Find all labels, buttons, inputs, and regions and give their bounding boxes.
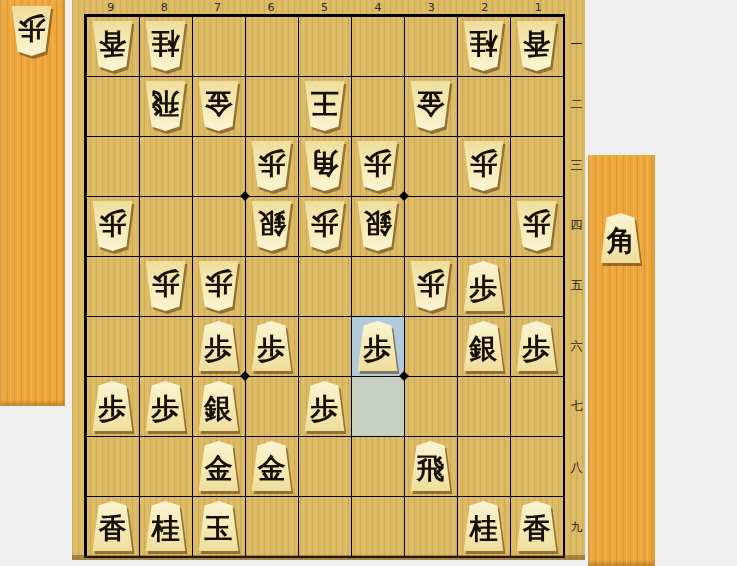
square-4-5[interactable]: [351, 256, 404, 316]
piece-body: 香: [90, 21, 135, 71]
shogi-board: 987654321 香桂桂香飛金王金歩角歩歩歩銀歩銀歩歩歩歩歩歩歩歩銀歩歩歩銀歩…: [72, 0, 585, 560]
piece-kanji: 歩: [364, 149, 392, 177]
piece-body: 玉: [196, 501, 241, 551]
piece-kanji: 銀: [364, 209, 392, 237]
piece-body: 歩: [143, 381, 188, 431]
piece-kanji: 玉: [205, 515, 233, 543]
square-1-2[interactable]: [510, 76, 563, 136]
shogi-app: 歩 角 987654321 香桂桂香飛金王金歩角歩歩歩銀歩銀歩歩歩歩歩歩歩歩銀歩…: [0, 0, 737, 566]
piece-body: 歩: [9, 6, 54, 56]
piece-kanji: 王: [311, 89, 339, 117]
square-1-6[interactable]: 歩: [510, 316, 563, 376]
square-6-8[interactable]: 金: [245, 436, 298, 496]
rank-label-9: 九: [568, 498, 585, 558]
sente-pawn[interactable]: 歩: [514, 321, 559, 371]
piece-kanji: 香: [523, 515, 551, 543]
piece-body: 桂: [461, 501, 506, 551]
piece-kanji: 銀: [258, 209, 286, 237]
gote-lance[interactable]: 香: [90, 21, 135, 71]
square-2-4[interactable]: [457, 196, 510, 256]
square-3-7[interactable]: [404, 376, 457, 436]
file-label-9: 9: [84, 1, 137, 14]
piece-body: 桂: [143, 21, 188, 71]
square-7-9[interactable]: 玉: [192, 496, 245, 556]
square-6-3[interactable]: 歩: [245, 136, 298, 196]
gote-bishop[interactable]: 角: [302, 141, 347, 191]
square-1-5[interactable]: [510, 256, 563, 316]
square-9-4[interactable]: 歩: [86, 196, 139, 256]
piece-kanji: 角: [607, 227, 635, 255]
piece-body: 歩: [514, 201, 559, 251]
gote-pawn[interactable]: 歩: [408, 261, 453, 311]
piece-kanji: 歩: [152, 395, 180, 423]
gote-silver[interactable]: 銀: [355, 201, 400, 251]
gote-gold[interactable]: 金: [408, 81, 453, 131]
board-grid: 香桂桂香飛金王金歩角歩歩歩銀歩銀歩歩歩歩歩歩歩歩銀歩歩歩銀歩金金飛香桂玉桂香: [84, 14, 565, 558]
square-5-8[interactable]: [298, 436, 351, 496]
gote-pawn[interactable]: 歩: [143, 261, 188, 311]
piece-kanji: 歩: [523, 209, 551, 237]
square-9-6[interactable]: [86, 316, 139, 376]
rank-label-1: 一: [568, 14, 585, 74]
square-1-8[interactable]: [510, 436, 563, 496]
piece-kanji: 歩: [205, 335, 233, 363]
piece-body: 歩: [461, 261, 506, 311]
piece-kanji: 飛: [152, 89, 180, 117]
piece-body: 銀: [196, 381, 241, 431]
sente-gold[interactable]: 金: [249, 441, 294, 491]
rank-label-3: 三: [568, 135, 585, 195]
square-9-7[interactable]: 歩: [86, 376, 139, 436]
piece-body: 飛: [408, 441, 453, 491]
square-1-4[interactable]: 歩: [510, 196, 563, 256]
gote-pawn[interactable]: 歩: [514, 201, 559, 251]
piece-body: 香: [514, 21, 559, 71]
square-9-8[interactable]: [86, 436, 139, 496]
square-2-6[interactable]: 銀: [457, 316, 510, 376]
piece-kanji: 飛: [417, 455, 445, 483]
sente-rook[interactable]: 飛: [408, 441, 453, 491]
piece-kanji: 桂: [470, 29, 498, 57]
square-6-5[interactable]: [245, 256, 298, 316]
square-9-5[interactable]: [86, 256, 139, 316]
piece-kanji: 歩: [18, 14, 46, 42]
rank-label-4: 四: [568, 195, 585, 255]
square-4-3[interactable]: 歩: [351, 136, 404, 196]
sente-lance[interactable]: 香: [90, 501, 135, 551]
piece-kanji: 桂: [152, 29, 180, 57]
sente-knight[interactable]: 桂: [461, 501, 506, 551]
square-5-2[interactable]: 王: [298, 76, 351, 136]
gote-knight[interactable]: 桂: [143, 21, 188, 71]
square-8-8[interactable]: [139, 436, 192, 496]
piece-body: 角: [598, 213, 643, 263]
square-8-1[interactable]: 桂: [139, 16, 192, 76]
square-8-2[interactable]: 飛: [139, 76, 192, 136]
square-7-4[interactable]: [192, 196, 245, 256]
square-6-1[interactable]: [245, 16, 298, 76]
piece-kanji: 金: [205, 455, 233, 483]
sente-pawn[interactable]: 歩: [249, 321, 294, 371]
file-labels: 987654321: [84, 0, 565, 14]
piece-body: 金: [196, 441, 241, 491]
square-6-2[interactable]: [245, 76, 298, 136]
piece-body: 歩: [302, 201, 347, 251]
square-6-4[interactable]: 銀: [245, 196, 298, 256]
piece-body: 歩: [408, 261, 453, 311]
square-9-1[interactable]: 香: [86, 16, 139, 76]
piece-body: 銀: [461, 321, 506, 371]
gote-pawn[interactable]: 歩: [90, 201, 135, 251]
square-3-5[interactable]: 歩: [404, 256, 457, 316]
sente-pawn[interactable]: 歩: [196, 321, 241, 371]
file-label-7: 7: [191, 1, 244, 14]
square-6-7[interactable]: [245, 376, 298, 436]
piece-kanji: 歩: [99, 395, 127, 423]
piece-body: 歩: [196, 321, 241, 371]
sente-gold[interactable]: 金: [196, 441, 241, 491]
piece-kanji: 歩: [258, 149, 286, 177]
square-2-5[interactable]: 歩: [457, 256, 510, 316]
piece-body: 金: [196, 81, 241, 131]
square-2-9[interactable]: 桂: [457, 496, 510, 556]
gote-knight[interactable]: 桂: [461, 21, 506, 71]
piece-body: 歩: [90, 381, 135, 431]
square-4-9[interactable]: [351, 496, 404, 556]
square-7-5[interactable]: 歩: [192, 256, 245, 316]
piece-kanji: 歩: [258, 335, 286, 363]
square-7-1[interactable]: [192, 16, 245, 76]
piece-body: 歩: [461, 141, 506, 191]
square-8-4[interactable]: [139, 196, 192, 256]
file-label-4: 4: [351, 1, 404, 14]
piece-kanji: 歩: [523, 335, 551, 363]
file-label-5: 5: [298, 1, 351, 14]
sente-king[interactable]: 玉: [196, 501, 241, 551]
piece-kanji: 桂: [152, 515, 180, 543]
piece-kanji: 香: [99, 29, 127, 57]
square-5-1[interactable]: [298, 16, 351, 76]
file-label-8: 8: [137, 1, 190, 14]
gote-pawn[interactable]: 歩: [461, 141, 506, 191]
rank-label-5: 五: [568, 256, 585, 316]
gote-pawn[interactable]: 歩: [196, 261, 241, 311]
piece-body: 歩: [302, 381, 347, 431]
square-3-1[interactable]: [404, 16, 457, 76]
sente-silver[interactable]: 銀: [196, 381, 241, 431]
piece-kanji: 歩: [470, 149, 498, 177]
gote-silver[interactable]: 銀: [249, 201, 294, 251]
square-3-2[interactable]: 金: [404, 76, 457, 136]
square-4-6[interactable]: 歩: [351, 316, 404, 376]
gote-pawn[interactable]: 歩: [9, 6, 54, 56]
piece-body: 銀: [355, 201, 400, 251]
square-7-8[interactable]: 金: [192, 436, 245, 496]
square-1-1[interactable]: 香: [510, 16, 563, 76]
square-2-8[interactable]: [457, 436, 510, 496]
square-4-1[interactable]: [351, 16, 404, 76]
piece-body: 歩: [355, 141, 400, 191]
square-5-9[interactable]: [298, 496, 351, 556]
piece-kanji: 歩: [364, 335, 392, 363]
piece-body: 王: [302, 81, 347, 131]
square-8-3[interactable]: [139, 136, 192, 196]
gote-lance[interactable]: 香: [514, 21, 559, 71]
piece-kanji: 香: [99, 515, 127, 543]
file-label-2: 2: [458, 1, 511, 14]
piece-body: 歩: [196, 261, 241, 311]
square-3-6[interactable]: [404, 316, 457, 376]
square-7-2[interactable]: 金: [192, 76, 245, 136]
sente-silver[interactable]: 銀: [461, 321, 506, 371]
sente-pawn[interactable]: 歩: [355, 321, 400, 371]
square-9-9[interactable]: 香: [86, 496, 139, 556]
file-label-1: 1: [512, 1, 565, 14]
square-8-7[interactable]: 歩: [139, 376, 192, 436]
rank-label-7: 七: [568, 377, 585, 437]
sente-pawn[interactable]: 歩: [302, 381, 347, 431]
piece-kanji: 金: [258, 455, 286, 483]
piece-body: 桂: [461, 21, 506, 71]
piece-kanji: 歩: [99, 209, 127, 237]
piece-body: 香: [514, 501, 559, 551]
square-6-9[interactable]: [245, 496, 298, 556]
square-5-4[interactable]: 歩: [298, 196, 351, 256]
sente-pawn[interactable]: 歩: [461, 261, 506, 311]
piece-body: 金: [408, 81, 453, 131]
square-2-1[interactable]: 桂: [457, 16, 510, 76]
square-7-6[interactable]: 歩: [192, 316, 245, 376]
square-1-3[interactable]: [510, 136, 563, 196]
gote-pawn[interactable]: 歩: [302, 201, 347, 251]
piece-kanji: 歩: [205, 269, 233, 297]
square-9-2[interactable]: [86, 76, 139, 136]
sente-bishop[interactable]: 角: [598, 213, 643, 263]
square-5-5[interactable]: [298, 256, 351, 316]
sente-pawn[interactable]: 歩: [90, 381, 135, 431]
piece-body: 歩: [514, 321, 559, 371]
square-3-3[interactable]: [404, 136, 457, 196]
piece-kanji: 歩: [311, 395, 339, 423]
rank-label-2: 二: [568, 74, 585, 134]
piece-kanji: 香: [523, 29, 551, 57]
square-7-3[interactable]: [192, 136, 245, 196]
square-3-4[interactable]: [404, 196, 457, 256]
gote-pawn[interactable]: 歩: [355, 141, 400, 191]
square-5-6[interactable]: [298, 316, 351, 376]
square-3-9[interactable]: [404, 496, 457, 556]
rank-labels: 一二三四五六七八九: [568, 14, 585, 558]
rank-label-8: 八: [568, 437, 585, 497]
square-8-6[interactable]: [139, 316, 192, 376]
piece-body: 金: [249, 441, 294, 491]
gote-rook[interactable]: 飛: [143, 81, 188, 131]
square-4-2[interactable]: [351, 76, 404, 136]
piece-kanji: 金: [417, 89, 445, 117]
square-4-8[interactable]: [351, 436, 404, 496]
sente-knight[interactable]: 桂: [143, 501, 188, 551]
komadai-sente: 角: [588, 155, 655, 566]
rank-label-6: 六: [568, 316, 585, 376]
square-5-7[interactable]: 歩: [298, 376, 351, 436]
piece-body: 歩: [90, 201, 135, 251]
square-6-6[interactable]: 歩: [245, 316, 298, 376]
square-2-3[interactable]: 歩: [457, 136, 510, 196]
piece-body: 香: [90, 501, 135, 551]
piece-kanji: 銀: [205, 395, 233, 423]
square-3-8[interactable]: 飛: [404, 436, 457, 496]
piece-kanji: 桂: [470, 515, 498, 543]
square-9-3[interactable]: [86, 136, 139, 196]
piece-kanji: 角: [311, 149, 339, 177]
square-2-2[interactable]: [457, 76, 510, 136]
piece-kanji: 歩: [470, 275, 498, 303]
piece-body: 歩: [355, 321, 400, 371]
file-label-3: 3: [405, 1, 458, 14]
piece-kanji: 歩: [417, 269, 445, 297]
gote-pawn[interactable]: 歩: [249, 141, 294, 191]
sente-pawn[interactable]: 歩: [143, 381, 188, 431]
square-8-5[interactable]: 歩: [139, 256, 192, 316]
piece-body: 飛: [143, 81, 188, 131]
square-7-7[interactable]: 銀: [192, 376, 245, 436]
piece-kanji: 歩: [311, 209, 339, 237]
gote-king[interactable]: 王: [302, 81, 347, 131]
square-4-7[interactable]: [351, 376, 404, 436]
piece-body: 歩: [249, 321, 294, 371]
gote-gold[interactable]: 金: [196, 81, 241, 131]
square-1-9[interactable]: 香: [510, 496, 563, 556]
piece-body: 銀: [249, 201, 294, 251]
piece-kanji: 銀: [470, 335, 498, 363]
square-5-3[interactable]: 角: [298, 136, 351, 196]
piece-body: 角: [302, 141, 347, 191]
square-4-4[interactable]: 銀: [351, 196, 404, 256]
komadai-gote: 歩: [0, 0, 65, 406]
square-2-7[interactable]: [457, 376, 510, 436]
piece-body: 歩: [249, 141, 294, 191]
file-label-6: 6: [244, 1, 297, 14]
piece-body: 桂: [143, 501, 188, 551]
sente-lance[interactable]: 香: [514, 501, 559, 551]
piece-body: 歩: [143, 261, 188, 311]
piece-kanji: 金: [205, 89, 233, 117]
piece-kanji: 歩: [152, 269, 180, 297]
square-8-9[interactable]: 桂: [139, 496, 192, 556]
square-1-7[interactable]: [510, 376, 563, 436]
